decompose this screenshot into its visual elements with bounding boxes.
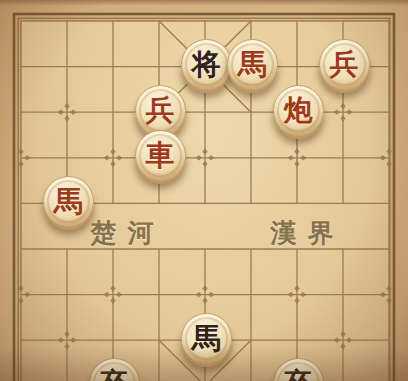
piece-red-soldier-1[interactable]: 兵 [319, 39, 370, 90]
piece-glyph: 炮 [284, 96, 313, 125]
piece-glyph: 兵 [146, 96, 175, 125]
piece-glyph: 兵 [330, 50, 359, 79]
piece-black-horse[interactable]: 馬 [181, 313, 232, 364]
piece-glyph: 馬 [54, 187, 83, 216]
piece-red-soldier-2[interactable]: 兵 [135, 85, 186, 136]
piece-red-horse-2[interactable]: 馬 [43, 176, 94, 227]
piece-glyph: 卒 [284, 369, 313, 381]
river-label-left: 楚河 [80, 216, 165, 251]
piece-red-chariot[interactable]: 車 [135, 130, 186, 181]
piece-glyph: 馬 [192, 324, 221, 353]
piece-red-cannon[interactable]: 炮 [273, 85, 324, 136]
piece-glyph: 馬 [238, 50, 267, 79]
river-label-right: 漢界 [260, 216, 345, 251]
piece-glyph: 車 [146, 141, 175, 170]
piece-red-horse-1[interactable]: 馬 [227, 39, 278, 90]
piece-black-general[interactable]: 将 [181, 39, 232, 90]
xiangqi-board: 楚河 漢界 将馬兵兵炮車馬馬卒卒 [0, 0, 408, 381]
piece-glyph: 卒 [100, 369, 129, 381]
piece-glyph: 将 [192, 50, 221, 79]
